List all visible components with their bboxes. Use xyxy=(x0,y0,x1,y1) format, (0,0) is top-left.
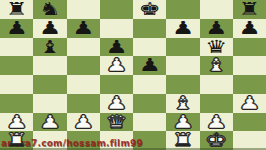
square-h6[interactable] xyxy=(233,38,266,57)
square-c6[interactable] xyxy=(67,38,100,57)
square-h8[interactable]: ♜ xyxy=(233,0,266,19)
white-pawn-piece: ♟ xyxy=(172,115,194,129)
bottom-edge-shade xyxy=(0,148,266,150)
square-h4[interactable] xyxy=(233,75,266,94)
square-b3[interactable] xyxy=(33,94,66,113)
white-bishop-piece: ♝ xyxy=(205,59,227,72)
square-f2[interactable]: ♟ xyxy=(166,113,199,132)
square-g2[interactable]: ♟ xyxy=(200,113,233,132)
white-pawn-piece: ♟ xyxy=(105,97,127,111)
white-pawn-piece: ♟ xyxy=(5,115,27,129)
square-d4[interactable] xyxy=(100,75,133,94)
square-b5[interactable] xyxy=(33,56,66,75)
square-c7[interactable]: ♟ xyxy=(67,19,100,38)
square-c2[interactable]: ♟ xyxy=(67,113,100,132)
square-h3[interactable]: ♟ xyxy=(233,94,266,113)
square-f3[interactable]: ♝ xyxy=(166,94,199,113)
square-f5[interactable] xyxy=(166,56,199,75)
square-a5[interactable] xyxy=(0,56,33,75)
square-g8[interactable] xyxy=(200,0,233,19)
square-g7[interactable]: ♟ xyxy=(200,19,233,38)
square-g4[interactable] xyxy=(200,75,233,94)
square-h2[interactable] xyxy=(233,113,266,132)
square-f8[interactable] xyxy=(166,0,199,19)
black-pawn-piece: ♟ xyxy=(72,22,94,36)
square-d7[interactable] xyxy=(100,19,133,38)
chess-video-frame: ♜♞♚♜♟♟♟♟♟♟♝♟♛♟♟♝♟♝♟♟♟♟♛♟♟♜♜♚ anara7.com/… xyxy=(0,0,266,150)
square-a4[interactable] xyxy=(0,75,33,94)
black-pawn-piece: ♟ xyxy=(172,22,194,36)
white-pawn-piece: ♟ xyxy=(205,115,227,129)
chess-board: ♜♞♚♜♟♟♟♟♟♟♝♟♛♟♟♝♟♝♟♟♟♟♛♟♟♜♜♚ xyxy=(0,0,266,150)
square-e7[interactable] xyxy=(133,19,166,38)
square-b7[interactable]: ♟ xyxy=(33,19,66,38)
white-king-piece: ♚ xyxy=(205,134,227,148)
black-pawn-piece: ♟ xyxy=(105,40,127,54)
white-rook-piece: ♜ xyxy=(172,134,194,148)
black-pawn-piece: ♟ xyxy=(5,22,27,36)
square-e3[interactable] xyxy=(133,94,166,113)
black-pawn-piece: ♟ xyxy=(238,22,260,36)
square-f6[interactable] xyxy=(166,38,199,57)
black-rook-piece: ♜ xyxy=(238,3,260,17)
square-g5[interactable]: ♝ xyxy=(200,56,233,75)
black-rook-piece: ♜ xyxy=(5,3,27,17)
square-b8[interactable]: ♞ xyxy=(33,0,66,19)
square-a8[interactable]: ♜ xyxy=(0,0,33,19)
white-queen-piece: ♛ xyxy=(105,115,127,129)
square-b6[interactable]: ♝ xyxy=(33,38,66,57)
square-a3[interactable] xyxy=(0,94,33,113)
square-g3[interactable] xyxy=(200,94,233,113)
square-c8[interactable] xyxy=(67,0,100,19)
square-c5[interactable] xyxy=(67,56,100,75)
square-f4[interactable] xyxy=(166,75,199,94)
square-e6[interactable] xyxy=(133,38,166,57)
square-f7[interactable]: ♟ xyxy=(166,19,199,38)
square-c3[interactable] xyxy=(67,94,100,113)
square-d2[interactable]: ♛ xyxy=(100,113,133,132)
black-queen-piece: ♛ xyxy=(205,40,227,54)
black-pawn-piece: ♟ xyxy=(39,22,61,36)
watermark-text: anara7.com/hossam.film99 xyxy=(1,138,143,148)
black-bishop-piece: ♝ xyxy=(39,40,61,54)
white-pawn-piece: ♟ xyxy=(39,115,61,129)
square-h7[interactable]: ♟ xyxy=(233,19,266,38)
square-e4[interactable] xyxy=(133,75,166,94)
square-d6[interactable]: ♟ xyxy=(100,38,133,57)
square-a7[interactable]: ♟ xyxy=(0,19,33,38)
black-pawn-piece: ♟ xyxy=(205,22,227,36)
square-h5[interactable] xyxy=(233,56,266,75)
white-pawn-piece: ♟ xyxy=(72,115,94,129)
white-pawn-piece: ♟ xyxy=(238,97,260,111)
black-pawn-piece: ♟ xyxy=(138,59,160,72)
square-d5[interactable]: ♟ xyxy=(100,56,133,75)
square-e5[interactable]: ♟ xyxy=(133,56,166,75)
square-g6[interactable]: ♛ xyxy=(200,38,233,57)
white-pawn-piece: ♟ xyxy=(105,59,127,72)
square-d3[interactable]: ♟ xyxy=(100,94,133,113)
square-a2[interactable]: ♟ xyxy=(0,113,33,132)
black-knight-piece: ♞ xyxy=(39,3,61,17)
square-c4[interactable] xyxy=(67,75,100,94)
square-a6[interactable] xyxy=(0,38,33,57)
square-d8[interactable] xyxy=(100,0,133,19)
square-b4[interactable] xyxy=(33,75,66,94)
black-king-piece: ♚ xyxy=(138,3,160,17)
square-b2[interactable]: ♟ xyxy=(33,113,66,132)
white-bishop-piece: ♝ xyxy=(172,97,194,111)
square-e8[interactable]: ♚ xyxy=(133,0,166,19)
square-e2[interactable] xyxy=(133,113,166,132)
